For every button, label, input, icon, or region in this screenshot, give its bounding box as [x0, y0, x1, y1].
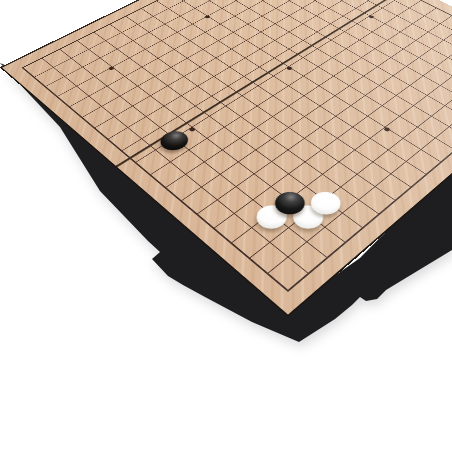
photo-scene — [0, 0, 452, 452]
